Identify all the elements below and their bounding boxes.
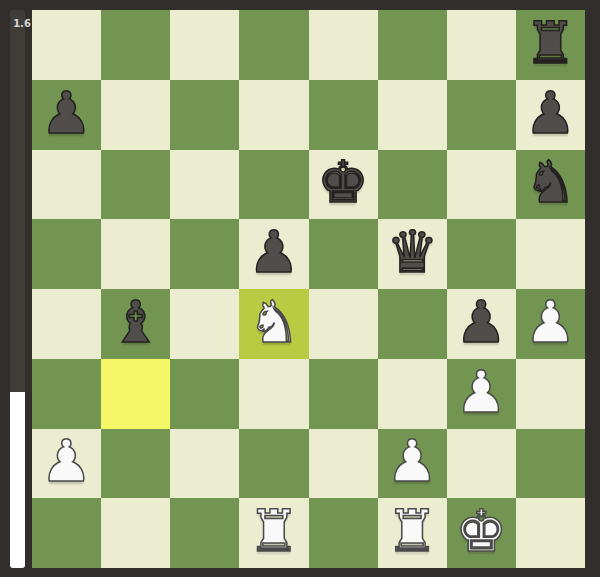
square-b3[interactable] (101, 359, 170, 429)
square-f2[interactable]: ♟ (378, 429, 447, 499)
evaluation-bar-white-section (10, 392, 25, 568)
square-g2[interactable] (447, 429, 516, 499)
piece-white-pawn[interactable]: ♟ (386, 432, 438, 490)
piece-white-pawn[interactable]: ♟ (455, 363, 507, 421)
piece-black-king[interactable]: ♚ (317, 153, 369, 211)
piece-white-rook[interactable]: ♜ (386, 502, 438, 560)
piece-black-pawn[interactable]: ♟ (248, 223, 300, 281)
piece-white-knight[interactable]: ♞ (248, 293, 300, 351)
square-e2[interactable] (309, 429, 378, 499)
square-a4[interactable] (32, 289, 101, 359)
square-b8[interactable] (101, 10, 170, 80)
square-c3[interactable] (170, 359, 239, 429)
square-g8[interactable] (447, 10, 516, 80)
square-d6[interactable] (239, 150, 308, 220)
square-c6[interactable] (170, 150, 239, 220)
square-h3[interactable] (516, 359, 585, 429)
square-a1[interactable] (32, 498, 101, 568)
square-d1[interactable]: ♜ (239, 498, 308, 568)
square-h8[interactable]: ♜ (516, 10, 585, 80)
piece-white-pawn[interactable]: ♟ (524, 293, 576, 351)
square-h5[interactable] (516, 219, 585, 289)
square-d5[interactable]: ♟ (239, 219, 308, 289)
piece-white-pawn[interactable]: ♟ (41, 432, 93, 490)
piece-black-pawn[interactable]: ♟ (524, 84, 576, 142)
evaluation-bar (10, 10, 25, 568)
square-h7[interactable]: ♟ (516, 80, 585, 150)
square-e8[interactable] (309, 10, 378, 80)
square-g6[interactable] (447, 150, 516, 220)
piece-black-rook[interactable]: ♜ (524, 14, 576, 72)
square-e6[interactable]: ♚ (309, 150, 378, 220)
square-a2[interactable]: ♟ (32, 429, 101, 499)
square-c2[interactable] (170, 429, 239, 499)
square-d3[interactable] (239, 359, 308, 429)
square-d7[interactable] (239, 80, 308, 150)
square-a3[interactable] (32, 359, 101, 429)
square-g5[interactable] (447, 219, 516, 289)
square-h2[interactable] (516, 429, 585, 499)
square-c4[interactable] (170, 289, 239, 359)
square-b2[interactable] (101, 429, 170, 499)
square-b7[interactable] (101, 80, 170, 150)
square-a8[interactable] (32, 10, 101, 80)
square-g4[interactable]: ♟ (447, 289, 516, 359)
square-f4[interactable] (378, 289, 447, 359)
evaluation-bar-black-section (10, 10, 25, 392)
square-d2[interactable] (239, 429, 308, 499)
square-e4[interactable] (309, 289, 378, 359)
square-c8[interactable] (170, 10, 239, 80)
square-c7[interactable] (170, 80, 239, 150)
app-window: 1.6 ♜♟♟♚♞♟♛♝♞♟♟♟♟♟♜♜♚ (0, 0, 600, 577)
square-c5[interactable] (170, 219, 239, 289)
square-d8[interactable] (239, 10, 308, 80)
square-f3[interactable] (378, 359, 447, 429)
piece-black-knight[interactable]: ♞ (524, 153, 576, 211)
square-g1[interactable]: ♚ (447, 498, 516, 568)
square-f5[interactable]: ♛ (378, 219, 447, 289)
square-a6[interactable] (32, 150, 101, 220)
square-e7[interactable] (309, 80, 378, 150)
piece-white-king[interactable]: ♚ (455, 502, 507, 560)
square-c1[interactable] (170, 498, 239, 568)
square-f6[interactable] (378, 150, 447, 220)
square-b6[interactable] (101, 150, 170, 220)
square-b5[interactable] (101, 219, 170, 289)
square-a7[interactable]: ♟ (32, 80, 101, 150)
piece-black-bishop[interactable]: ♝ (110, 293, 162, 351)
square-f8[interactable] (378, 10, 447, 80)
square-h1[interactable] (516, 498, 585, 568)
square-h4[interactable]: ♟ (516, 289, 585, 359)
chess-board: ♜♟♟♚♞♟♛♝♞♟♟♟♟♟♜♜♚ (32, 10, 585, 568)
square-g7[interactable] (447, 80, 516, 150)
square-f1[interactable]: ♜ (378, 498, 447, 568)
square-h6[interactable]: ♞ (516, 150, 585, 220)
square-d4[interactable]: ♞ (239, 289, 308, 359)
square-a5[interactable] (32, 219, 101, 289)
evaluation-score: 1.6 (8, 18, 36, 29)
piece-white-rook[interactable]: ♜ (248, 502, 300, 560)
square-e5[interactable] (309, 219, 378, 289)
piece-black-pawn[interactable]: ♟ (41, 84, 93, 142)
square-g3[interactable]: ♟ (447, 359, 516, 429)
square-b1[interactable] (101, 498, 170, 568)
piece-black-queen[interactable]: ♛ (386, 223, 438, 281)
square-f7[interactable] (378, 80, 447, 150)
square-e3[interactable] (309, 359, 378, 429)
square-e1[interactable] (309, 498, 378, 568)
square-b4[interactable]: ♝ (101, 289, 170, 359)
piece-black-pawn[interactable]: ♟ (455, 293, 507, 351)
